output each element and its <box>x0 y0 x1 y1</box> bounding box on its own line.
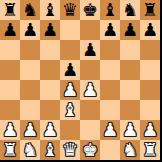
square-d5[interactable]: ♟ <box>60 60 80 80</box>
square-c2[interactable]: ♟ <box>40 120 60 140</box>
piece-white-queen[interactable]: ♛ <box>62 140 78 160</box>
piece-black-bishop[interactable]: ♝ <box>42 0 58 20</box>
piece-black-pawn[interactable]: ♟ <box>122 20 138 40</box>
square-f3[interactable] <box>100 100 120 120</box>
square-f4[interactable] <box>100 80 120 100</box>
piece-black-pawn[interactable]: ♟ <box>22 20 38 40</box>
square-f8[interactable]: ♝ <box>100 0 120 20</box>
square-f1[interactable] <box>100 140 120 160</box>
square-d7[interactable] <box>60 20 80 40</box>
square-d8[interactable]: ♛ <box>60 0 80 20</box>
piece-black-rook[interactable]: ♜ <box>142 0 158 20</box>
square-b1[interactable]: ♞ <box>20 140 40 160</box>
piece-white-king[interactable]: ♚ <box>82 140 98 160</box>
square-a4[interactable] <box>0 80 20 100</box>
piece-white-pawn[interactable]: ♟ <box>142 120 158 140</box>
square-a6[interactable] <box>0 40 20 60</box>
square-b3[interactable] <box>20 100 40 120</box>
square-a5[interactable] <box>0 60 20 80</box>
square-a7[interactable]: ♟ <box>0 20 20 40</box>
piece-white-rook[interactable]: ♜ <box>142 140 158 160</box>
square-d6[interactable] <box>60 40 80 60</box>
square-b4[interactable] <box>20 80 40 100</box>
square-a8[interactable]: ♜ <box>0 0 20 20</box>
square-g7[interactable]: ♟ <box>120 20 140 40</box>
piece-white-pawn[interactable]: ♟ <box>62 80 78 100</box>
square-h3[interactable] <box>140 100 160 120</box>
piece-black-pawn[interactable]: ♟ <box>62 60 78 80</box>
square-d2[interactable] <box>60 120 80 140</box>
square-f6[interactable] <box>100 40 120 60</box>
piece-black-king[interactable]: ♚ <box>82 0 98 20</box>
piece-white-pawn[interactable]: ♟ <box>82 80 98 100</box>
square-g3[interactable] <box>120 100 140 120</box>
square-b7[interactable]: ♟ <box>20 20 40 40</box>
square-e4[interactable]: ♟ <box>80 80 100 100</box>
square-g5[interactable] <box>120 60 140 80</box>
square-c5[interactable] <box>40 60 60 80</box>
square-g8[interactable]: ♞ <box>120 0 140 20</box>
square-h8[interactable]: ♜ <box>140 0 160 20</box>
square-c8[interactable]: ♝ <box>40 0 60 20</box>
piece-black-knight[interactable]: ♞ <box>22 0 38 20</box>
square-c6[interactable] <box>40 40 60 60</box>
chess-app-window: ♜♞♝♛♚♝♞♜♟♟♟♟♟♟♟♟♟♟♝♟♟♟♟♟♟♜♞♝♛♚♞♜ <box>0 0 162 162</box>
square-h4[interactable] <box>140 80 160 100</box>
square-h7[interactable]: ♟ <box>140 20 160 40</box>
square-c7[interactable]: ♟ <box>40 20 60 40</box>
square-e6[interactable]: ♟ <box>80 40 100 60</box>
square-b5[interactable] <box>20 60 40 80</box>
square-h6[interactable] <box>140 40 160 60</box>
square-b6[interactable] <box>20 40 40 60</box>
square-h5[interactable] <box>140 60 160 80</box>
square-a2[interactable]: ♟ <box>0 120 20 140</box>
piece-black-pawn[interactable]: ♟ <box>82 40 98 60</box>
square-d1[interactable]: ♛ <box>60 140 80 160</box>
square-e3[interactable] <box>80 100 100 120</box>
square-g2[interactable]: ♟ <box>120 120 140 140</box>
square-g4[interactable] <box>120 80 140 100</box>
piece-black-pawn[interactable]: ♟ <box>42 20 58 40</box>
square-a1[interactable]: ♜ <box>0 140 20 160</box>
piece-white-bishop[interactable]: ♝ <box>42 140 58 160</box>
piece-black-pawn[interactable]: ♟ <box>102 20 118 40</box>
square-b2[interactable]: ♟ <box>20 120 40 140</box>
piece-black-bishop[interactable]: ♝ <box>102 0 118 20</box>
square-c4[interactable] <box>40 80 60 100</box>
square-e5[interactable] <box>80 60 100 80</box>
square-c1[interactable]: ♝ <box>40 140 60 160</box>
square-c3[interactable] <box>40 100 60 120</box>
square-f2[interactable]: ♟ <box>100 120 120 140</box>
square-f7[interactable]: ♟ <box>100 20 120 40</box>
piece-black-pawn[interactable]: ♟ <box>2 20 18 40</box>
square-g1[interactable]: ♞ <box>120 140 140 160</box>
piece-white-knight[interactable]: ♞ <box>122 140 138 160</box>
square-e7[interactable] <box>80 20 100 40</box>
piece-white-pawn[interactable]: ♟ <box>102 120 118 140</box>
square-a3[interactable] <box>0 100 20 120</box>
square-h1[interactable]: ♜ <box>140 140 160 160</box>
piece-white-pawn[interactable]: ♟ <box>42 120 58 140</box>
square-e1[interactable]: ♚ <box>80 140 100 160</box>
square-h2[interactable]: ♟ <box>140 120 160 140</box>
piece-black-queen[interactable]: ♛ <box>62 0 78 20</box>
piece-white-rook[interactable]: ♜ <box>2 140 18 160</box>
piece-black-rook[interactable]: ♜ <box>2 0 18 20</box>
piece-black-knight[interactable]: ♞ <box>122 0 138 20</box>
piece-white-pawn[interactable]: ♟ <box>22 120 38 140</box>
square-b8[interactable]: ♞ <box>20 0 40 20</box>
square-e2[interactable] <box>80 120 100 140</box>
square-e8[interactable]: ♚ <box>80 0 100 20</box>
piece-white-pawn[interactable]: ♟ <box>122 120 138 140</box>
piece-white-pawn[interactable]: ♟ <box>2 120 18 140</box>
square-d4[interactable]: ♟ <box>60 80 80 100</box>
square-d3[interactable]: ♝ <box>60 100 80 120</box>
square-g6[interactable] <box>120 40 140 60</box>
square-f5[interactable] <box>100 60 120 80</box>
piece-white-knight[interactable]: ♞ <box>22 140 38 160</box>
piece-white-bishop[interactable]: ♝ <box>62 100 78 120</box>
piece-black-pawn[interactable]: ♟ <box>142 20 158 40</box>
chess-board: ♜♞♝♛♚♝♞♜♟♟♟♟♟♟♟♟♟♟♝♟♟♟♟♟♟♜♞♝♛♚♞♜ <box>0 0 160 160</box>
